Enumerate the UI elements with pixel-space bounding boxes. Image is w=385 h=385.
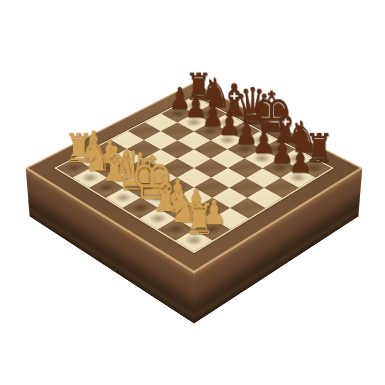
black-pawn-f7[interactable]: ♟ [252,127,272,159]
chess-storage-case: ♜♞♝♛♚♝♞♜♟♟♟♟♟♟♟♟♟♟♟♟♟♟♟♟♜♞♝♛♚♝♞♜ [26,82,363,272]
square-h7[interactable]: ♟ [281,168,316,188]
product-photo-scene: ♜♞♝♛♚♝♞♜♟♟♟♟♟♟♟♟♟♟♟♟♟♟♟♟♜♞♝♛♚♝♞♜ [0,0,385,385]
black-pawn-h7[interactable]: ♟ [288,145,308,177]
white-rook-h1[interactable]: ♜ [183,197,204,240]
square-c6[interactable] [177,131,210,149]
square-e5[interactable] [194,159,228,178]
black-pawn-g7[interactable]: ♟ [270,136,290,168]
